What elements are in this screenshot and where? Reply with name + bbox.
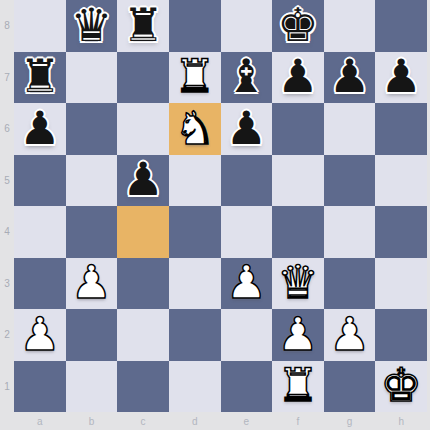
file-label-a: a <box>14 412 66 430</box>
square-a8[interactable] <box>14 0 66 52</box>
square-c6[interactable] <box>117 103 169 155</box>
piece-black-pawn[interactable]: ♟ <box>272 52 324 104</box>
piece-white-rook[interactable]: ♜ <box>169 52 221 104</box>
square-g6[interactable] <box>324 103 376 155</box>
square-b8[interactable]: ♛ <box>66 0 118 52</box>
square-b5[interactable] <box>66 155 118 207</box>
square-h3[interactable] <box>375 258 427 310</box>
piece-black-pawn[interactable]: ♟ <box>14 103 66 155</box>
square-c7[interactable] <box>117 52 169 104</box>
square-c4[interactable] <box>117 206 169 258</box>
square-f2[interactable]: ♟ <box>272 309 324 361</box>
piece-white-pawn[interactable]: ♟ <box>66 258 118 310</box>
square-d5[interactable] <box>169 155 221 207</box>
piece-white-rook[interactable]: ♜ <box>272 361 324 413</box>
square-e5[interactable] <box>221 155 273 207</box>
piece-black-pawn[interactable]: ♟ <box>221 103 273 155</box>
square-e4[interactable] <box>221 206 273 258</box>
square-h5[interactable] <box>375 155 427 207</box>
square-g8[interactable] <box>324 0 376 52</box>
file-label-b: b <box>66 412 118 430</box>
piece-black-pawn[interactable]: ♟ <box>375 52 427 104</box>
file-label-c: c <box>117 412 169 430</box>
square-d3[interactable] <box>169 258 221 310</box>
square-a6[interactable]: ♟ <box>14 103 66 155</box>
square-f6[interactable] <box>272 103 324 155</box>
square-b4[interactable] <box>66 206 118 258</box>
piece-white-pawn[interactable]: ♟ <box>14 309 66 361</box>
square-c5[interactable]: ♟ <box>117 155 169 207</box>
square-c8[interactable]: ♜ <box>117 0 169 52</box>
file-label-e: e <box>221 412 273 430</box>
square-g5[interactable] <box>324 155 376 207</box>
rank-label-5: 5 <box>0 155 14 207</box>
piece-white-pawn[interactable]: ♟ <box>221 258 273 310</box>
file-label-g: g <box>324 412 376 430</box>
square-a7[interactable]: ♜ <box>14 52 66 104</box>
square-f8[interactable]: ♚ <box>272 0 324 52</box>
piece-black-rook[interactable]: ♜ <box>117 0 169 52</box>
piece-black-pawn[interactable]: ♟ <box>117 155 169 207</box>
square-e2[interactable] <box>221 309 273 361</box>
square-b7[interactable] <box>66 52 118 104</box>
square-b6[interactable] <box>66 103 118 155</box>
square-h2[interactable] <box>375 309 427 361</box>
rank-label-4: 4 <box>0 206 14 258</box>
square-d8[interactable] <box>169 0 221 52</box>
square-h4[interactable] <box>375 206 427 258</box>
file-label-f: f <box>272 412 324 430</box>
piece-black-queen[interactable]: ♛ <box>66 0 118 52</box>
square-c2[interactable] <box>117 309 169 361</box>
square-a3[interactable] <box>14 258 66 310</box>
rank-label-3: 3 <box>0 258 14 310</box>
piece-black-pawn[interactable]: ♟ <box>324 52 376 104</box>
piece-black-rook[interactable]: ♜ <box>14 52 66 104</box>
rank-label-2: 2 <box>0 309 14 361</box>
square-a1[interactable] <box>14 361 66 413</box>
piece-white-pawn[interactable]: ♟ <box>324 309 376 361</box>
square-d1[interactable] <box>169 361 221 413</box>
square-d4[interactable] <box>169 206 221 258</box>
file-labels: abcdefgh <box>14 412 427 430</box>
square-g7[interactable]: ♟ <box>324 52 376 104</box>
square-b1[interactable] <box>66 361 118 413</box>
piece-white-pawn[interactable]: ♟ <box>272 309 324 361</box>
square-g3[interactable] <box>324 258 376 310</box>
rank-label-6: 6 <box>0 103 14 155</box>
square-d6[interactable]: ♞ <box>169 103 221 155</box>
rank-label-1: 1 <box>0 361 14 413</box>
rank-label-8: 8 <box>0 0 14 52</box>
square-g4[interactable] <box>324 206 376 258</box>
square-f1[interactable]: ♜ <box>272 361 324 413</box>
square-b3[interactable]: ♟ <box>66 258 118 310</box>
piece-black-king[interactable]: ♚ <box>272 0 324 52</box>
square-a2[interactable]: ♟ <box>14 309 66 361</box>
square-c3[interactable] <box>117 258 169 310</box>
square-c1[interactable] <box>117 361 169 413</box>
file-label-h: h <box>375 412 427 430</box>
square-f3[interactable]: ♛ <box>272 258 324 310</box>
piece-white-knight[interactable]: ♞ <box>169 103 221 155</box>
square-b2[interactable] <box>66 309 118 361</box>
square-d2[interactable] <box>169 309 221 361</box>
square-e1[interactable] <box>221 361 273 413</box>
square-e3[interactable]: ♟ <box>221 258 273 310</box>
square-h1[interactable]: ♚ <box>375 361 427 413</box>
square-e7[interactable]: ♝ <box>221 52 273 104</box>
rank-labels: 87654321 <box>0 0 14 412</box>
square-e8[interactable] <box>221 0 273 52</box>
square-a5[interactable] <box>14 155 66 207</box>
square-d7[interactable]: ♜ <box>169 52 221 104</box>
square-f7[interactable]: ♟ <box>272 52 324 104</box>
square-g1[interactable] <box>324 361 376 413</box>
file-label-d: d <box>169 412 221 430</box>
piece-white-king[interactable]: ♚ <box>375 361 427 413</box>
chess-board[interactable]: ♛♜♚♜♜♝♟♟♟♟♞♟♟♟♟♛♟♟♟♜♚ <box>14 0 427 412</box>
square-h8[interactable] <box>375 0 427 52</box>
square-a4[interactable] <box>14 206 66 258</box>
rank-label-7: 7 <box>0 52 14 104</box>
piece-white-queen[interactable]: ♛ <box>272 258 324 310</box>
square-g2[interactable]: ♟ <box>324 309 376 361</box>
square-h7[interactable]: ♟ <box>375 52 427 104</box>
square-e6[interactable]: ♟ <box>221 103 273 155</box>
square-f4[interactable] <box>272 206 324 258</box>
square-f5[interactable] <box>272 155 324 207</box>
piece-black-bishop[interactable]: ♝ <box>221 52 273 104</box>
square-h6[interactable] <box>375 103 427 155</box>
